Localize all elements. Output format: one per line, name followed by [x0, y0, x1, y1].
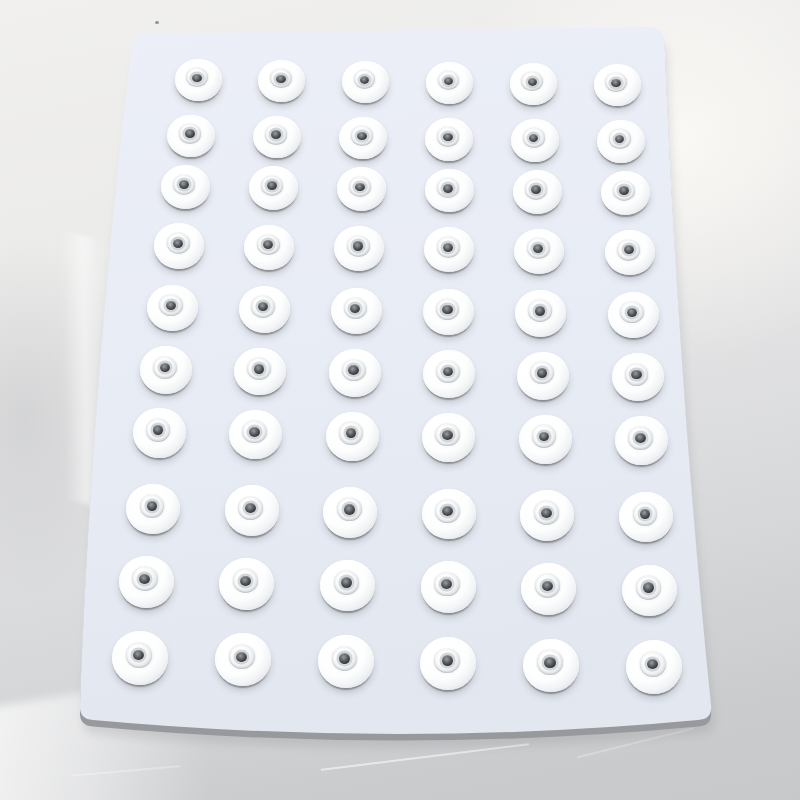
snap-hole — [631, 370, 641, 380]
snap-hole — [535, 306, 545, 315]
snap-button-r6c5 — [517, 352, 569, 400]
snap-hole — [185, 129, 195, 138]
snap-hole — [544, 657, 555, 668]
snap-button-r8c2 — [225, 485, 279, 536]
snap-hole — [245, 503, 256, 513]
snap-button-r8c3 — [323, 487, 377, 538]
snap-button-r10c6 — [626, 640, 682, 693]
snap-button-r7c5 — [519, 415, 572, 464]
snap-hole — [240, 576, 251, 586]
snap-button-r2c4 — [425, 118, 473, 161]
snap-button-r3c6 — [601, 171, 650, 215]
snap-button-r7c2 — [229, 410, 282, 459]
snap-button-r2c3 — [339, 117, 387, 160]
snap-button-r3c3 — [337, 167, 386, 211]
snap-button-r1c6 — [594, 64, 641, 105]
snap-button-r4c1 — [154, 223, 204, 268]
snap-hole — [442, 305, 452, 314]
snap-button-r1c1 — [175, 59, 222, 100]
snap-hole — [443, 184, 453, 193]
snap-button-r5c4 — [423, 289, 474, 336]
snap-hole — [611, 79, 620, 87]
snap-hole — [541, 508, 552, 518]
snap-hole — [355, 183, 365, 192]
snap-button-r10c5 — [523, 639, 579, 692]
snap-hole — [528, 78, 537, 86]
snap-button-r4c5 — [514, 229, 564, 274]
snap-button-r6c2 — [234, 348, 286, 396]
snap-button-r9c4 — [421, 561, 476, 613]
snap-button-r1c2 — [258, 60, 305, 101]
snap-button-r6c4 — [423, 350, 475, 398]
snap-hole — [348, 365, 358, 375]
snap-button-r4c4 — [424, 227, 474, 272]
snap-button-r1c4 — [426, 62, 473, 103]
snap-button-r9c1 — [119, 556, 174, 608]
snap-hole — [166, 301, 176, 310]
snap-button-r8c4 — [422, 489, 476, 540]
snap-button-r1c3 — [342, 61, 389, 102]
snap-hole — [531, 185, 541, 194]
snap-hole — [276, 75, 285, 83]
snap-hole — [635, 433, 646, 443]
snap-button-r9c3 — [320, 560, 375, 612]
snap-button-r6c3 — [329, 349, 381, 397]
snap-hole — [192, 74, 201, 82]
snap-button-r9c6 — [622, 565, 677, 617]
snap-button-r9c2 — [219, 558, 274, 610]
snap-button-r10c2 — [215, 633, 271, 686]
snap-hole — [344, 504, 355, 514]
snap-hole — [254, 364, 264, 374]
snap-hole — [339, 653, 350, 664]
snap-button-r2c6 — [597, 120, 645, 163]
snap-hole — [249, 427, 260, 437]
snap-button-r5c1 — [147, 285, 198, 332]
snap-button-r2c5 — [511, 119, 559, 162]
snap-button-r5c6 — [608, 292, 659, 339]
snap-button-r3c1 — [161, 165, 210, 209]
snap-button-r3c5 — [513, 170, 562, 214]
snap-grid — [0, 0, 800, 800]
snap-button-r5c5 — [515, 290, 566, 337]
snap-hole — [442, 430, 453, 440]
snap-button-r8c6 — [619, 492, 673, 543]
snap-hole — [341, 577, 352, 587]
snap-hole — [267, 181, 277, 190]
snap-button-r5c3 — [331, 288, 382, 335]
snap-hole — [360, 76, 369, 84]
snap-button-r3c2 — [249, 166, 298, 210]
snap-button-r6c1 — [140, 346, 192, 394]
snap-hole — [271, 130, 281, 139]
snap-button-r4c2 — [244, 225, 294, 270]
snap-button-r3c4 — [425, 169, 474, 213]
snap-hole — [179, 180, 189, 189]
snap-hole — [443, 133, 453, 142]
snap-button-r4c3 — [334, 226, 384, 271]
snap-button-r4c6 — [605, 230, 655, 275]
snap-button-r8c1 — [126, 484, 180, 535]
snap-button-r1c5 — [510, 63, 557, 104]
snap-hole — [357, 132, 367, 141]
snap-hole — [442, 655, 453, 666]
snap-button-r5c2 — [239, 286, 290, 333]
snap-button-r10c3 — [318, 635, 374, 688]
snap-hole — [624, 245, 634, 254]
snap-button-r10c1 — [112, 631, 168, 684]
snap-button-r6c6 — [612, 353, 664, 401]
snap-button-r10c4 — [420, 637, 476, 690]
snap-button-r7c1 — [133, 408, 186, 457]
snap-button-r7c3 — [326, 412, 379, 461]
snap-button-r7c4 — [422, 413, 475, 462]
snap-button-r2c2 — [253, 116, 301, 159]
snap-hole — [173, 239, 183, 248]
snap-button-r7c6 — [615, 416, 668, 465]
product-photo — [0, 0, 800, 800]
snap-hole — [643, 582, 654, 592]
snap-button-r8c5 — [520, 490, 574, 541]
snap-button-r9c5 — [521, 563, 576, 615]
snap-hole — [619, 186, 629, 195]
snap-hole — [353, 241, 363, 250]
snap-button-r2c1 — [167, 115, 215, 158]
snap-hole — [627, 308, 637, 317]
snap-hole — [444, 77, 453, 85]
